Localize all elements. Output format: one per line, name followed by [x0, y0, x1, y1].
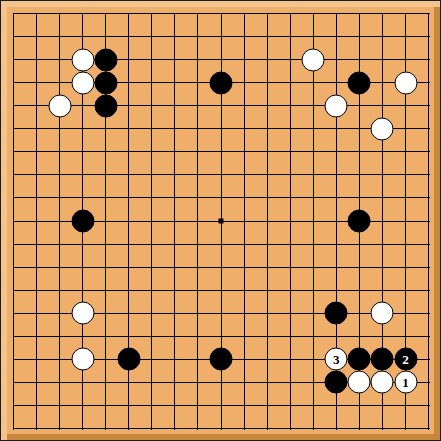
go-board: 321: [0, 0, 441, 441]
board-grid[interactable]: [13, 13, 430, 430]
